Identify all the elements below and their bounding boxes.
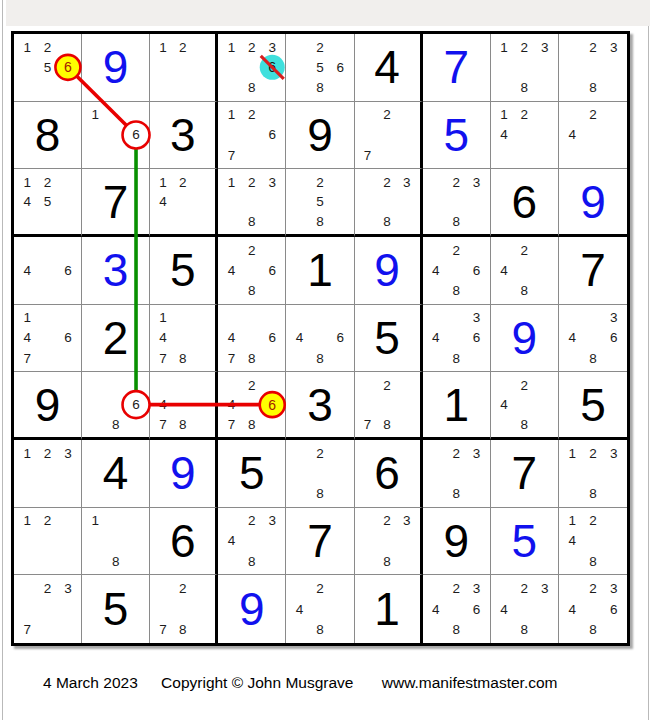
cell-r6c2[interactable]: 68	[82, 372, 150, 440]
pencil-marks: 258	[286, 169, 353, 234]
cell-r9c7[interactable]: 23468	[423, 575, 491, 643]
candidate-slot	[535, 599, 555, 620]
candidate-slot	[58, 240, 78, 260]
candidate-slot	[446, 463, 466, 483]
candidate-slot	[58, 77, 78, 97]
candidate-slot: 8	[446, 280, 466, 300]
candidate-slot: 7	[17, 619, 37, 640]
candidate-slot: 8	[514, 77, 534, 97]
cell-value: 3	[307, 382, 333, 428]
cell-r2c3[interactable]: 3	[150, 102, 218, 170]
candidate-slot: 7	[153, 348, 173, 368]
pencil-marks: 123	[14, 440, 81, 507]
candidate-slot	[153, 375, 173, 395]
candidate-slot	[242, 531, 262, 551]
cell-r7c9[interactable]: 1238	[559, 440, 627, 508]
candidate-slot: 4	[494, 125, 514, 145]
pencil-marks: 4678	[218, 305, 285, 372]
cell-r3c7[interactable]: 238	[423, 169, 491, 237]
cell-r8c5[interactable]: 7	[286, 508, 354, 576]
pencil-marks: 1238	[218, 169, 285, 234]
candidate-slot	[426, 211, 446, 231]
candidate-slot: 2	[242, 375, 262, 395]
cell-r8c3[interactable]: 6	[150, 508, 218, 576]
candidate-slot	[562, 551, 583, 571]
candidate-slot	[603, 483, 624, 503]
candidate-slot	[58, 463, 78, 483]
candidate-slot: 2	[583, 443, 604, 463]
candidate-slot	[446, 308, 466, 328]
candidate-slot	[37, 348, 57, 368]
cell-r6c1[interactable]: 9	[14, 372, 82, 440]
candidate-slot: 8	[377, 551, 397, 571]
candidate-slot: 7	[153, 414, 173, 434]
pencil-marks: 24678	[218, 372, 285, 437]
cell-r2c6[interactable]: 27	[355, 102, 423, 170]
candidate-slot	[494, 375, 514, 395]
candidate-slot	[193, 211, 213, 231]
candidate-slot	[583, 125, 604, 145]
candidate-slot	[603, 619, 624, 640]
pencil-marks: 12368	[218, 34, 285, 101]
candidate-slot: 8	[242, 77, 262, 97]
candidate-slot: 8	[173, 619, 193, 640]
cell-r9c2[interactable]: 5	[82, 575, 150, 643]
candidate-slot	[153, 211, 173, 231]
candidate-slot: 4	[562, 125, 583, 145]
candidate-slot: 2	[514, 105, 534, 125]
candidate-slot: 8	[173, 348, 193, 368]
cell-r1c8[interactable]: 1238	[491, 34, 559, 102]
candidate-slot: 3	[466, 308, 486, 328]
candidate-slot: 7	[221, 348, 241, 368]
cell-r7c2[interactable]: 4	[82, 440, 150, 508]
cell-r9c6[interactable]: 1	[355, 575, 423, 643]
cell-r8c1[interactable]: 12	[14, 508, 82, 576]
candidate-slot: 1	[494, 105, 514, 125]
cell-r3c8[interactable]: 6	[491, 169, 559, 237]
candidate-slot: 2	[446, 578, 466, 599]
candidate-slot: 8	[583, 619, 604, 640]
candidate-slot	[262, 192, 282, 212]
pencil-marks: 2568	[286, 34, 353, 101]
candidate-slot	[535, 260, 555, 280]
candidate-slot: 3	[262, 172, 282, 192]
cell-r6c6[interactable]: 278	[355, 372, 423, 440]
candidate-slot	[397, 375, 417, 395]
cell-value: 5	[170, 247, 196, 293]
candidate-slot: 6	[603, 599, 624, 620]
candidate-slot	[193, 328, 213, 348]
candidate-slot: 2	[377, 375, 397, 395]
candidate-slot	[358, 375, 378, 395]
candidate-slot: 3	[466, 443, 486, 463]
pencil-marks: 1256	[14, 34, 81, 101]
cell-value: 5	[512, 518, 538, 564]
candidate-slot: 7	[221, 414, 241, 434]
pencil-marks: 238	[559, 34, 627, 101]
candidate-slot	[535, 145, 555, 165]
candidate-slot: 1	[221, 172, 241, 192]
candidate-slot	[377, 125, 397, 145]
candidate-slot	[289, 57, 309, 77]
cell-r7c8[interactable]: 7	[491, 440, 559, 508]
candidate-slot	[289, 77, 309, 97]
candidate-slot	[377, 531, 397, 551]
cell-r9c8[interactable]: 2348	[491, 575, 559, 643]
candidate-slot: 2	[310, 443, 330, 463]
pencil-marks: 1248	[559, 508, 627, 575]
candidate-slot	[262, 145, 282, 165]
cell-r9c1[interactable]: 237	[14, 575, 82, 643]
pencil-marks: 238	[355, 169, 420, 234]
candidate-slot	[397, 192, 417, 212]
candidate-slot	[173, 395, 193, 415]
candidate-slot: 5	[37, 192, 57, 212]
candidate-slot	[173, 57, 193, 77]
candidate-slot: 2	[310, 37, 330, 57]
candidate-slot	[105, 531, 125, 551]
candidate-slot	[397, 211, 417, 231]
candidate-slot	[397, 531, 417, 551]
candidate-slot	[37, 260, 57, 280]
pencil-marks: 18	[82, 508, 149, 575]
candidate-slot	[58, 192, 78, 212]
cell-r3c6[interactable]: 238	[355, 169, 423, 237]
candidate-slot	[603, 105, 624, 125]
pencil-marks: 1267	[218, 102, 285, 169]
candidate-slot	[221, 511, 241, 531]
cell-r7c3[interactable]: 9	[150, 440, 218, 508]
cell-value: 7	[443, 44, 469, 90]
candidate-slot: 8	[105, 551, 125, 571]
pencil-marks: 2348	[491, 575, 558, 643]
candidate-slot: 1	[221, 105, 241, 125]
candidate-slot	[514, 57, 534, 77]
cell-r3c4[interactable]: 1238	[218, 169, 286, 237]
candidate-slot	[562, 483, 583, 503]
cell-r8c8[interactable]: 5	[491, 508, 559, 576]
candidate-slot: 6	[603, 328, 624, 348]
cell-r9c3[interactable]: 278	[150, 575, 218, 643]
candidate-slot: 3	[603, 37, 624, 57]
cell-r5c1[interactable]: 1467	[14, 305, 82, 373]
cell-r4c1[interactable]: 46	[14, 237, 82, 305]
pencil-marks: 278	[355, 372, 420, 437]
cell-r6c3[interactable]: 478	[150, 372, 218, 440]
candidate-slot	[358, 125, 378, 145]
cell-value: 5	[374, 315, 400, 361]
cell-r4c5[interactable]: 1	[286, 237, 354, 305]
cell-r8c2[interactable]: 18	[82, 508, 150, 576]
cell-value: 5	[443, 112, 469, 158]
candidate-slot	[426, 172, 446, 192]
cell-r1c2[interactable]: 9	[82, 34, 150, 102]
cell-r1c9[interactable]: 238	[559, 34, 627, 102]
cell-r1c5[interactable]: 2568	[286, 34, 354, 102]
candidate-slot: 3	[397, 172, 417, 192]
candidate-slot	[58, 172, 78, 192]
candidate-slot: 5	[310, 192, 330, 212]
candidate-slot: 2	[377, 511, 397, 531]
board: 1256912123682568471238238816312679275124…	[11, 31, 630, 646]
cell-r4c9[interactable]: 7	[559, 237, 627, 305]
candidate-slot	[330, 463, 350, 483]
cell-value: 1	[307, 247, 333, 293]
candidate-slot	[193, 77, 213, 97]
cell-r7c6[interactable]: 6	[355, 440, 423, 508]
candidate-slot	[221, 192, 241, 212]
candidate-slot: 2	[37, 578, 57, 599]
candidate-slot	[358, 551, 378, 571]
top-strip	[6, 0, 650, 26]
candidate-slot	[377, 192, 397, 212]
candidate-slot: 1	[562, 511, 583, 531]
cell-r4c4[interactable]: 2468	[218, 237, 286, 305]
candidate-slot	[446, 260, 466, 280]
cell-r9c5[interactable]: 248	[286, 575, 354, 643]
candidate-slot	[466, 240, 486, 260]
candidate-slot	[193, 599, 213, 620]
cell-r6c4[interactable]: 24678	[218, 372, 286, 440]
candidate-slot	[603, 348, 624, 368]
cell-r3c9[interactable]: 9	[559, 169, 627, 237]
cell-r5c7[interactable]: 3468	[423, 305, 491, 373]
pencil-marks: 27	[355, 102, 420, 169]
candidate-slot	[193, 619, 213, 640]
cell-r2c7[interactable]: 5	[423, 102, 491, 170]
candidate-slot: 6	[58, 260, 78, 280]
candidate-slot	[37, 240, 57, 260]
candidate-slot: 8	[310, 483, 330, 503]
candidate-slot	[535, 240, 555, 260]
pencil-marks: 468	[286, 305, 353, 372]
candidate-slot	[262, 348, 282, 368]
candidate-slot	[310, 308, 330, 328]
cell-r2c5[interactable]: 9	[286, 102, 354, 170]
candidate-slot	[330, 348, 350, 368]
cell-value: 6	[512, 179, 538, 225]
cell-r7c1[interactable]: 123	[14, 440, 82, 508]
cell-r2c8[interactable]: 124	[491, 102, 559, 170]
cell-value: 5	[580, 382, 606, 428]
candidate-slot	[105, 145, 125, 165]
candidate-slot	[58, 531, 78, 551]
candidate-slot	[242, 308, 262, 328]
candidate-slot	[330, 578, 350, 599]
candidate-slot	[535, 619, 555, 640]
cell-r6c8[interactable]: 248	[491, 372, 559, 440]
candidate-slot: 3	[535, 37, 555, 57]
cell-value: 1	[443, 382, 469, 428]
candidate-slot	[37, 483, 57, 503]
candidate-slot: 4	[289, 599, 309, 620]
candidate-slot	[221, 280, 241, 300]
cell-r7c5[interactable]: 28	[286, 440, 354, 508]
candidate-slot	[153, 578, 173, 599]
cell-r5c9[interactable]: 3468	[559, 305, 627, 373]
candidate-slot: 2	[173, 172, 193, 192]
candidate-slot	[242, 395, 262, 415]
candidate-slot: 8	[514, 619, 534, 640]
candidate-slot: 4	[426, 599, 446, 620]
cell-r5c8[interactable]: 9	[491, 305, 559, 373]
cell-r7c7[interactable]: 238	[423, 440, 491, 508]
cell-r1c6[interactable]: 4	[355, 34, 423, 102]
candidate-slot	[262, 531, 282, 551]
footer-copyright: Copyright © John Musgrave	[161, 674, 353, 692]
cell-r1c7[interactable]: 7	[423, 34, 491, 102]
candidate-slot: 2	[310, 578, 330, 599]
cell-r2c1[interactable]: 8	[14, 102, 82, 170]
footer: 4 March 2023 Copyright © John Musgrave w…	[43, 674, 557, 692]
cell-value: 9	[374, 247, 400, 293]
cell-r6c7[interactable]: 1	[423, 372, 491, 440]
cell-r4c6[interactable]: 9	[355, 237, 423, 305]
candidate-slot	[426, 619, 446, 640]
candidate-slot	[85, 375, 105, 395]
cell-r8c9[interactable]: 1248	[559, 508, 627, 576]
cell-r7c4[interactable]: 5	[218, 440, 286, 508]
pencil-marks: 278	[150, 575, 215, 643]
candidate-slot	[85, 125, 105, 145]
candidate-slot	[562, 308, 583, 328]
cell-value: 9	[307, 112, 333, 158]
pencil-marks: 23468	[423, 575, 490, 643]
pencil-marks: 12	[14, 508, 81, 575]
candidate-slot: 6	[466, 599, 486, 620]
candidate-slot	[37, 619, 57, 640]
cell-r4c3[interactable]: 5	[150, 237, 218, 305]
cell-r8c4[interactable]: 2348	[218, 508, 286, 576]
cell-r5c5[interactable]: 468	[286, 305, 354, 373]
candidate-slot	[514, 260, 534, 280]
candidate-slot	[358, 511, 378, 531]
candidate-slot	[193, 414, 213, 434]
candidate-slot	[173, 375, 193, 395]
candidate-slot	[330, 619, 350, 640]
candidate-slot	[289, 172, 309, 192]
candidate-slot	[310, 328, 330, 348]
candidate-slot	[193, 348, 213, 368]
cell-r4c2[interactable]: 3	[82, 237, 150, 305]
candidate-slot	[330, 308, 350, 328]
cell-r5c2[interactable]: 2	[82, 305, 150, 373]
candidate-slot	[494, 145, 514, 165]
candidate-slot	[262, 211, 282, 231]
cell-r8c6[interactable]: 238	[355, 508, 423, 576]
cell-r9c4[interactable]: 9	[218, 575, 286, 643]
cell-r8c7[interactable]: 9	[423, 508, 491, 576]
candidate-slot: 8	[242, 414, 262, 434]
candidate-slot: 8	[173, 414, 193, 434]
candidate-slot	[262, 105, 282, 125]
candidate-slot	[289, 578, 309, 599]
cell-r2c4[interactable]: 1267	[218, 102, 286, 170]
cell-r4c7[interactable]: 2468	[423, 237, 491, 305]
candidate-slot	[358, 192, 378, 212]
candidate-slot	[58, 211, 78, 231]
candidate-slot	[494, 240, 514, 260]
candidate-slot	[494, 280, 514, 300]
pencil-marks: 68	[82, 372, 149, 437]
candidate-slot: 2	[377, 105, 397, 125]
candidate-slot	[37, 599, 57, 620]
candidate-slot: 8	[242, 551, 262, 571]
cell-r1c4[interactable]: 12368	[218, 34, 286, 102]
candidate-slot: 2	[37, 443, 57, 463]
candidate-slot	[262, 308, 282, 328]
candidate-slot: 6	[330, 328, 350, 348]
cell-value: 7	[580, 247, 606, 293]
cell-r5c6[interactable]: 5	[355, 305, 423, 373]
cell-r1c1[interactable]: 1256	[14, 34, 82, 102]
cell-r5c4[interactable]: 4678	[218, 305, 286, 373]
candidate-slot: 2	[37, 511, 57, 531]
candidate-slot	[562, 77, 583, 97]
cell-r3c3[interactable]: 124	[150, 169, 218, 237]
candidate-slot	[37, 211, 57, 231]
candidate-slot	[221, 57, 241, 77]
candidate-slot: 8	[583, 77, 604, 97]
cell-r3c2[interactable]: 7	[82, 169, 150, 237]
pencil-marks: 24	[559, 102, 627, 169]
cell-r6c5[interactable]: 3	[286, 372, 354, 440]
candidate-slot: 2	[514, 240, 534, 260]
candidate-slot	[262, 280, 282, 300]
candidate-slot: 8	[310, 211, 330, 231]
candidate-slot	[242, 328, 262, 348]
candidate-slot	[426, 192, 446, 212]
candidate-slot	[17, 57, 37, 77]
cell-value: 5	[103, 586, 129, 632]
cell-r4c8[interactable]: 248	[491, 237, 559, 305]
candidate-slot	[105, 105, 125, 125]
cell-value: 3	[170, 112, 196, 158]
candidate-slot	[58, 308, 78, 328]
candidate-slot: 2	[583, 105, 604, 125]
candidate-slot: 2	[377, 172, 397, 192]
candidate-slot: 1	[153, 172, 173, 192]
candidate-slot	[583, 328, 604, 348]
candidate-slot: 8	[446, 348, 466, 368]
candidate-slot: 2	[514, 37, 534, 57]
cell-r2c9[interactable]: 24	[559, 102, 627, 170]
candidate-slot	[193, 308, 213, 328]
candidate-slot	[535, 105, 555, 125]
cell-r3c1[interactable]: 1245	[14, 169, 82, 237]
candidate-slot: 4	[494, 599, 514, 620]
candidate-slot	[105, 375, 125, 395]
candidate-slot	[221, 211, 241, 231]
candidate-slot	[562, 105, 583, 125]
cell-r1c3[interactable]: 12	[150, 34, 218, 102]
candidate-slot	[535, 125, 555, 145]
pencil-marks: 1245	[14, 169, 81, 234]
candidate-slot	[58, 511, 78, 531]
cell-r3c5[interactable]: 258	[286, 169, 354, 237]
candidate-slot	[535, 77, 555, 97]
candidate-slot	[289, 308, 309, 328]
cell-value: 6	[374, 450, 400, 496]
candidate-slot	[494, 77, 514, 97]
cell-r2c2[interactable]: 16	[82, 102, 150, 170]
cell-r5c3[interactable]: 1478	[150, 305, 218, 373]
candidate-slot	[58, 483, 78, 503]
cell-r9c9[interactable]: 23468	[559, 575, 627, 643]
candidate-slot: 3	[603, 308, 624, 328]
cell-r6c9[interactable]: 5	[559, 372, 627, 440]
